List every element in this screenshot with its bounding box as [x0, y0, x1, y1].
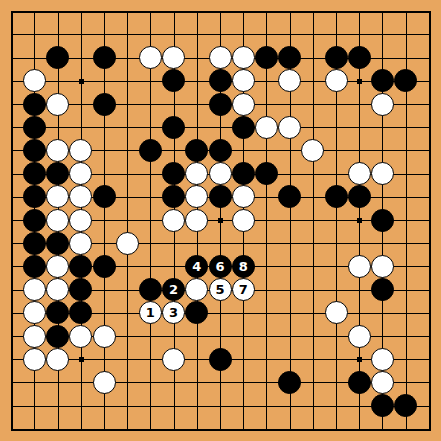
white-stone — [46, 209, 69, 232]
go-diagram: 46825713 — [0, 0, 441, 441]
star-point — [357, 357, 362, 362]
white-stone — [371, 255, 394, 278]
black-stone — [139, 139, 162, 162]
white-stone — [278, 116, 301, 139]
black-stone — [23, 209, 46, 232]
black-stone — [348, 185, 371, 208]
black-stone — [23, 232, 46, 255]
black-stone — [209, 185, 232, 208]
black-stone — [93, 185, 116, 208]
black-stone — [325, 46, 348, 69]
black-stone-move-6: 6 — [209, 255, 232, 278]
white-stone — [23, 278, 46, 301]
black-stone — [278, 371, 301, 394]
black-stone — [209, 69, 232, 92]
white-stone — [116, 232, 139, 255]
black-stone — [371, 209, 394, 232]
star-point — [357, 79, 362, 84]
black-stone — [209, 139, 232, 162]
white-stone — [255, 116, 278, 139]
black-stone — [255, 162, 278, 185]
white-stone — [371, 93, 394, 116]
white-stone — [93, 371, 116, 394]
white-stone — [46, 348, 69, 371]
white-stone — [232, 69, 255, 92]
black-stone — [348, 46, 371, 69]
white-stone — [23, 325, 46, 348]
black-stone — [209, 348, 232, 371]
black-stone — [232, 162, 255, 185]
black-stone — [139, 278, 162, 301]
black-stone — [371, 394, 394, 417]
white-stone — [371, 371, 394, 394]
white-stone — [325, 69, 348, 92]
black-stone — [325, 185, 348, 208]
black-stone — [93, 46, 116, 69]
black-stone — [23, 116, 46, 139]
white-stone — [325, 301, 348, 324]
go-board[interactable]: 46825713 — [0, 0, 441, 441]
white-stone — [232, 46, 255, 69]
black-stone — [209, 93, 232, 116]
white-stone — [93, 325, 116, 348]
black-stone — [23, 139, 46, 162]
white-stone — [232, 185, 255, 208]
black-stone — [23, 255, 46, 278]
white-stone — [209, 162, 232, 185]
white-stone — [371, 162, 394, 185]
white-stone — [139, 46, 162, 69]
white-stone — [232, 93, 255, 116]
black-stone — [46, 325, 69, 348]
star-point — [79, 79, 84, 84]
black-stone — [348, 371, 371, 394]
white-stone — [69, 209, 92, 232]
black-stone — [371, 278, 394, 301]
black-stone — [23, 93, 46, 116]
black-stone — [23, 162, 46, 185]
star-point — [357, 218, 362, 223]
star-point — [79, 357, 84, 362]
black-stone — [232, 116, 255, 139]
white-stone — [69, 232, 92, 255]
white-stone — [348, 255, 371, 278]
star-point — [218, 218, 223, 223]
black-stone — [255, 46, 278, 69]
white-stone — [46, 93, 69, 116]
white-stone — [162, 348, 185, 371]
white-stone — [232, 209, 255, 232]
white-stone-move-7: 7 — [232, 278, 255, 301]
white-stone — [46, 139, 69, 162]
white-stone-move-5: 5 — [209, 278, 232, 301]
white-stone — [348, 162, 371, 185]
black-stone-move-8: 8 — [232, 255, 255, 278]
white-stone — [69, 325, 92, 348]
white-stone — [46, 255, 69, 278]
white-stone — [348, 325, 371, 348]
black-stone — [162, 116, 185, 139]
white-stone — [371, 348, 394, 371]
black-stone — [46, 232, 69, 255]
white-stone — [185, 209, 208, 232]
white-stone — [209, 46, 232, 69]
black-stone — [93, 255, 116, 278]
white-stone — [23, 348, 46, 371]
black-stone — [93, 93, 116, 116]
white-stone — [162, 209, 185, 232]
